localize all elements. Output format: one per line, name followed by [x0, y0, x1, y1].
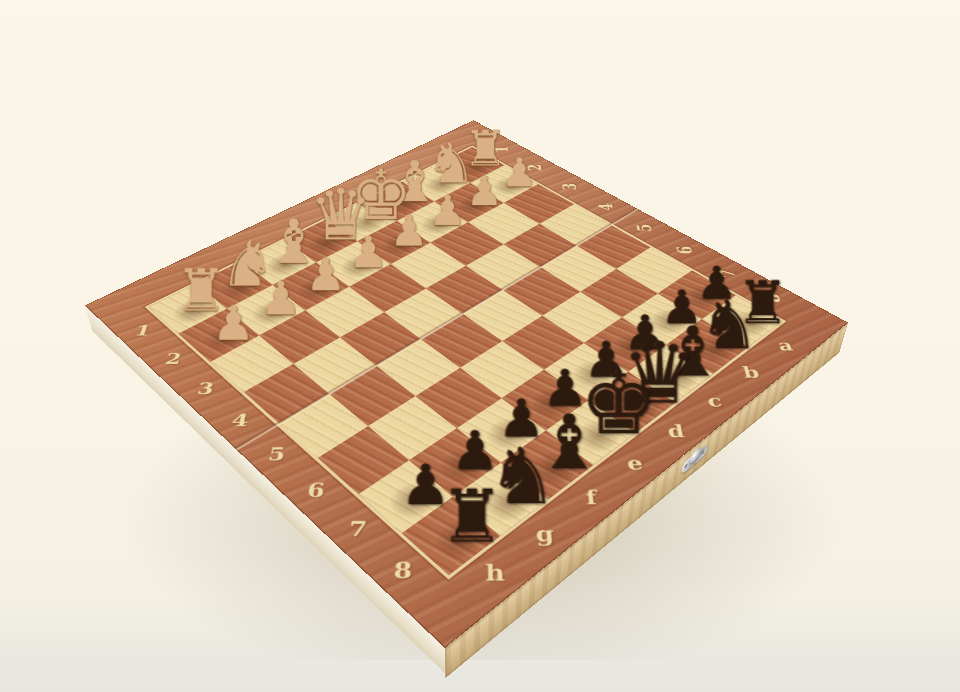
file-label-d: d: [666, 423, 686, 440]
product-photo-scene: ♜♞♝♛♚♝♞♜♟♟♟♟♟♟♟♟♟♟♟♟♟♟♟♟♜♞♝♚♛♝♞♜ 1234567…: [0, 0, 960, 692]
rank-label-left-8: 8: [393, 559, 413, 581]
piece-contact-shadow: [241, 294, 299, 331]
rank-label-right-2: 2: [526, 164, 544, 171]
file-label-f: f: [585, 488, 598, 507]
rank-label-right-4: 4: [596, 203, 616, 210]
file-label-c: c: [706, 393, 724, 409]
rank-label-right-7: 7: [716, 269, 739, 278]
black-pawn-a7: ♟: [689, 260, 744, 306]
file-label-b: b: [741, 365, 761, 380]
rank-label-left-1: 1: [133, 323, 153, 337]
rank-label-left-2: 2: [164, 351, 184, 366]
piece-contact-shadow: [210, 269, 267, 304]
rank-label-right-5: 5: [634, 224, 655, 232]
rank-label-left-5: 5: [267, 445, 287, 463]
rank-label-left-6: 6: [306, 480, 326, 499]
square-e4: [384, 288, 463, 339]
rank-label-right-3: 3: [560, 183, 579, 190]
file-label-g: g: [535, 523, 555, 544]
rank-label-right-8: 8: [760, 294, 784, 303]
rank-label-right-6: 6: [674, 246, 696, 254]
file-label-h: h: [485, 562, 505, 584]
black-rook-a8: ♜: [734, 273, 791, 332]
file-label-e: e: [626, 454, 644, 472]
rank-label-right-1: 1: [493, 146, 511, 152]
rank-label-left-4: 4: [230, 412, 250, 429]
piece-contact-shadow: [719, 304, 777, 342]
file-label-a: a: [776, 338, 795, 352]
square-b8: ♞: [666, 319, 748, 373]
rank-label-left-7: 7: [348, 518, 368, 539]
rank-label-left-3: 3: [196, 381, 216, 397]
